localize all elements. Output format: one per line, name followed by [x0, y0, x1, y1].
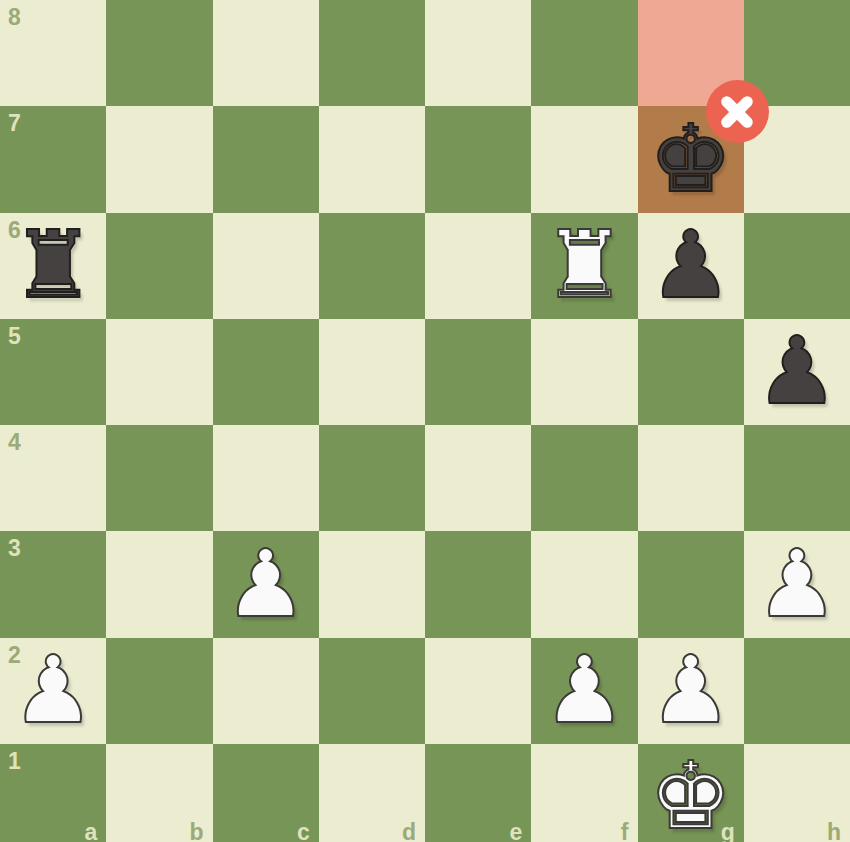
square-e7[interactable] [425, 106, 531, 212]
rank-label-8: 8 [8, 6, 21, 29]
square-e8[interactable] [425, 0, 531, 106]
square-a5[interactable]: 5 [0, 319, 106, 425]
piece-white-rook[interactable]: ♜ [531, 213, 637, 319]
rank-label-3: 3 [8, 537, 21, 560]
square-d1[interactable]: d [319, 744, 425, 842]
square-b4[interactable] [106, 425, 212, 531]
square-c8[interactable] [213, 0, 319, 106]
square-b8[interactable] [106, 0, 212, 106]
piece-black-pawn[interactable]: ♟ [744, 319, 850, 425]
square-f1[interactable]: f [531, 744, 637, 842]
square-c3[interactable]: ♟ [213, 531, 319, 637]
square-f4[interactable] [531, 425, 637, 531]
square-h3[interactable]: ♟ [744, 531, 850, 637]
square-e2[interactable] [425, 638, 531, 744]
square-f8[interactable] [531, 0, 637, 106]
file-label-a: a [84, 821, 97, 842]
square-d6[interactable] [319, 213, 425, 319]
square-c7[interactable] [213, 106, 319, 212]
piece-black-pawn[interactable]: ♟ [638, 213, 744, 319]
square-d3[interactable] [319, 531, 425, 637]
square-h1[interactable]: h [744, 744, 850, 842]
piece-white-pawn[interactable]: ♟ [638, 638, 744, 744]
piece-black-rook[interactable]: ♜ [0, 213, 106, 319]
file-label-d: d [402, 821, 416, 842]
piece-white-pawn[interactable]: ♟ [0, 638, 106, 744]
wrong-move-badge [706, 80, 769, 143]
rank-label-1: 1 [8, 750, 21, 773]
square-f2[interactable]: ♟ [531, 638, 637, 744]
rank-label-4: 4 [8, 431, 21, 454]
square-a1[interactable]: 1a [0, 744, 106, 842]
piece-white-pawn[interactable]: ♟ [744, 531, 850, 637]
square-f3[interactable] [531, 531, 637, 637]
square-a2[interactable]: 2♟ [0, 638, 106, 744]
square-d8[interactable] [319, 0, 425, 106]
square-b5[interactable] [106, 319, 212, 425]
square-h2[interactable] [744, 638, 850, 744]
square-e5[interactable] [425, 319, 531, 425]
square-d2[interactable] [319, 638, 425, 744]
file-label-h: h [827, 821, 841, 842]
square-c6[interactable] [213, 213, 319, 319]
square-a3[interactable]: 3 [0, 531, 106, 637]
square-a4[interactable]: 4 [0, 425, 106, 531]
square-f6[interactable]: ♜ [531, 213, 637, 319]
piece-white-king[interactable]: ♚ [638, 744, 744, 842]
piece-white-pawn[interactable]: ♟ [213, 531, 319, 637]
square-g1[interactable]: g♚ [638, 744, 744, 842]
square-f5[interactable] [531, 319, 637, 425]
square-b7[interactable] [106, 106, 212, 212]
square-g2[interactable]: ♟ [638, 638, 744, 744]
square-e3[interactable] [425, 531, 531, 637]
chess-board: 87♚6♜♜♟5♟43♟♟2♟♟♟1abcdefg♚h [0, 0, 850, 842]
square-e6[interactable] [425, 213, 531, 319]
square-h5[interactable]: ♟ [744, 319, 850, 425]
square-h6[interactable] [744, 213, 850, 319]
file-label-b: b [189, 821, 203, 842]
square-e1[interactable]: e [425, 744, 531, 842]
square-c5[interactable] [213, 319, 319, 425]
piece-white-pawn[interactable]: ♟ [531, 638, 637, 744]
rank-label-7: 7 [8, 112, 21, 135]
square-c4[interactable] [213, 425, 319, 531]
square-h4[interactable] [744, 425, 850, 531]
file-label-e: e [509, 821, 522, 842]
square-b3[interactable] [106, 531, 212, 637]
square-e4[interactable] [425, 425, 531, 531]
rank-label-5: 5 [8, 325, 21, 348]
square-c1[interactable]: c [213, 744, 319, 842]
square-b6[interactable] [106, 213, 212, 319]
square-a8[interactable]: 8 [0, 0, 106, 106]
square-a7[interactable]: 7 [0, 106, 106, 212]
x-icon [706, 80, 769, 143]
square-g3[interactable] [638, 531, 744, 637]
square-a6[interactable]: 6♜ [0, 213, 106, 319]
square-g7[interactable]: ♚ [638, 106, 744, 212]
square-d7[interactable] [319, 106, 425, 212]
square-g5[interactable] [638, 319, 744, 425]
square-g4[interactable] [638, 425, 744, 531]
square-d4[interactable] [319, 425, 425, 531]
square-c2[interactable] [213, 638, 319, 744]
square-g6[interactable]: ♟ [638, 213, 744, 319]
square-d5[interactable] [319, 319, 425, 425]
file-label-c: c [297, 821, 310, 842]
file-label-f: f [621, 821, 629, 842]
square-f7[interactable] [531, 106, 637, 212]
square-b2[interactable] [106, 638, 212, 744]
square-b1[interactable]: b [106, 744, 212, 842]
